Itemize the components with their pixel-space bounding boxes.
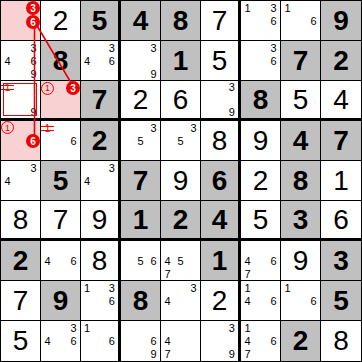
candidate: 6: [150, 255, 156, 267]
pencil-slot-4: 4: [241, 254, 254, 267]
cell-r8c2[interactable]: 9: [41, 281, 81, 321]
cell-r4c2[interactable]: 16: [41, 121, 81, 161]
candidate: 3: [270, 42, 276, 54]
candidate: 7: [244, 268, 250, 280]
cell-r3c1[interactable]: 19: [1, 81, 41, 121]
candidate: 1: [244, 2, 250, 14]
cell-r2c1[interactable]: 3469: [1, 41, 41, 81]
candidate: 6: [70, 255, 76, 267]
pencil-slot-9: 9: [226, 348, 238, 361]
cell-r1c9[interactable]: 9: [321, 1, 361, 41]
pencil-slot-7: 7: [241, 348, 254, 361]
sudoku-board: 3625487136169346983463915367219137263985…: [0, 0, 362, 362]
pencil-slot-9: 9: [226, 106, 238, 118]
cell-r2c3[interactable]: 346: [81, 41, 121, 81]
solved-digit: 5: [212, 47, 228, 75]
pencil-marks: 35: [121, 121, 160, 160]
pencil-marks: 13: [41, 81, 80, 118]
candidate: 5: [137, 135, 143, 147]
candidate: 5: [177, 255, 183, 267]
pencil-marks: 39: [121, 41, 160, 80]
candidate: 3: [190, 282, 196, 294]
pencil-marks: 19: [1, 81, 40, 118]
pencil-slot-6: 6: [106, 294, 118, 307]
candidate: 3: [190, 122, 196, 134]
cell-r6c9[interactable]: 6: [321, 201, 361, 241]
cell-r1c5[interactable]: 8: [161, 1, 201, 41]
given-digit: 1: [173, 47, 189, 75]
candidate: 3: [109, 162, 115, 174]
candidate: 5: [137, 255, 143, 267]
pencil-marks: 34: [161, 281, 200, 320]
pencil-slot-6: 6: [67, 134, 80, 147]
pencil-marks: 34: [1, 161, 40, 200]
candidate: 1: [244, 282, 250, 294]
given-digit: 2: [13, 247, 29, 275]
cell-r9c3[interactable]: 16: [81, 321, 121, 361]
chain-candidate-filled-circle: 6: [26, 134, 40, 148]
pencil-marks: 36: [241, 41, 280, 80]
given-digit: 5: [92, 7, 108, 35]
pencil-slot-9: 9: [147, 348, 160, 361]
candidate: 4: [244, 295, 250, 307]
pencil-slot-1: 1: [41, 121, 54, 134]
given-digit: 7: [133, 167, 149, 195]
chain-candidate-open-circle: 1: [41, 82, 54, 95]
cell-r7c8[interactable]: 9: [281, 241, 321, 281]
pencil-slot-4: 4: [41, 334, 54, 347]
pencil-slot-5: 5: [134, 134, 147, 147]
cell-r2c7[interactable]: 36: [241, 41, 281, 81]
pencil-slot-6: 6: [67, 334, 80, 347]
candidate: 7: [244, 348, 250, 360]
given-digit: 8: [133, 287, 149, 315]
cell-r9c5[interactable]: 47: [161, 321, 201, 361]
pencil-marks: 16: [281, 1, 320, 40]
candidate: 1: [284, 2, 290, 14]
pencil-slot-6: 6: [106, 334, 118, 347]
given-digit: 2: [92, 127, 108, 155]
cell-r6c8[interactable]: 3: [281, 201, 321, 241]
given-digit: 3: [293, 206, 309, 234]
cell-r6c5[interactable]: 2: [161, 201, 201, 241]
pencil-slot-1: 1: [41, 81, 54, 95]
cell-r8c7[interactable]: 146: [241, 281, 281, 321]
pencil-slot-4: 4: [161, 294, 174, 307]
candidate: 3: [109, 42, 115, 54]
pencil-slot-3: 3: [226, 321, 238, 334]
solved-digit: 7: [53, 206, 69, 234]
solved-digit: 7: [212, 7, 228, 35]
pencil-marks: 346: [41, 321, 80, 361]
solved-digit: 8: [92, 247, 108, 275]
candidate: 6: [270, 255, 276, 267]
given-digit: 5: [333, 287, 349, 315]
candidate: 4: [164, 295, 170, 307]
candidate: 6: [30, 55, 36, 67]
candidate: 3: [30, 162, 36, 174]
cell-r5c5[interactable]: 9: [161, 161, 201, 201]
cell-r8c4[interactable]: 8: [121, 281, 161, 321]
cell-r9c2[interactable]: 346: [41, 321, 81, 361]
candidate: 6: [70, 335, 76, 347]
cell-r7c2[interactable]: 46: [41, 241, 81, 281]
solved-digit: 1: [333, 167, 349, 195]
cell-r7c1[interactable]: 2: [1, 241, 41, 281]
cell-r4c7[interactable]: 9: [241, 121, 281, 161]
candidate: 4: [164, 335, 170, 347]
cell-r5c9[interactable]: 1: [321, 161, 361, 201]
pencil-slot-6: 6: [147, 254, 160, 267]
cell-r4c4[interactable]: 35: [121, 121, 161, 161]
cell-r3c9[interactable]: 4: [321, 81, 361, 121]
pencil-slot-3: 3: [106, 161, 118, 174]
cell-r3c6[interactable]: 39: [201, 81, 241, 121]
given-digit: 2: [173, 206, 189, 234]
cell-r7c7[interactable]: 467: [241, 241, 281, 281]
pencil-marks: 457: [161, 241, 200, 280]
pencil-slot-9: 9: [27, 106, 40, 118]
candidate: 3: [270, 2, 276, 14]
pencil-marks: 136: [81, 281, 118, 320]
cell-r1c3[interactable]: 5: [81, 1, 121, 41]
candidate: 1: [84, 322, 90, 334]
candidate: 3: [109, 282, 115, 294]
cell-r8c6[interactable]: 2: [201, 281, 241, 321]
candidate: 4: [4, 175, 10, 187]
pencil-slot-1: 1: [1, 81, 14, 93]
eliminated-candidate: 1: [44, 122, 50, 134]
cell-r9c9[interactable]: 8: [321, 321, 361, 361]
pencil-slot-9: 9: [147, 67, 160, 80]
chain-candidate-open-circle: 1: [1, 121, 14, 134]
cell-r9c1[interactable]: 5: [1, 321, 41, 361]
pencil-marks: 467: [241, 241, 280, 280]
solved-digit: 8: [333, 327, 349, 355]
solved-digit: 8: [13, 206, 29, 234]
cell-r3c5[interactable]: 6: [161, 81, 201, 121]
solved-digit: 9: [253, 127, 269, 155]
candidate: 9: [150, 348, 156, 360]
given-digit: 6: [212, 167, 228, 195]
pencil-slot-3: 3: [106, 281, 118, 294]
pencil-marks: 136: [241, 1, 280, 40]
pencil-slot-3: 3: [187, 121, 200, 134]
cell-r2c5[interactable]: 1: [161, 41, 201, 81]
pencil-slot-3: 3: [27, 41, 40, 54]
pencil-slot-3: 3: [66, 81, 80, 95]
pencil-marks: 39: [201, 321, 238, 361]
pencil-marks: 16: [1, 121, 40, 160]
cell-r8c5[interactable]: 34: [161, 281, 201, 321]
cell-r1c2[interactable]: 2: [41, 1, 81, 41]
candidate: 4: [44, 335, 50, 347]
pencil-slot-3: 3: [106, 41, 118, 54]
given-digit: 7: [333, 127, 349, 155]
candidate: 6: [70, 135, 76, 147]
candidate: 3: [30, 42, 36, 54]
candidate: 3: [229, 81, 235, 93]
pencil-slot-3: 3: [147, 41, 160, 54]
pencil-marks: 146: [241, 281, 280, 320]
cell-r6c6[interactable]: 4: [201, 201, 241, 241]
cell-r2c9[interactable]: 2: [321, 41, 361, 81]
pencil-slot-1: 1: [241, 1, 254, 14]
candidate: 4: [244, 255, 250, 267]
pencil-slot-1: 1: [241, 281, 254, 294]
given-digit: 7: [92, 86, 108, 114]
cell-r6c1[interactable]: 8: [1, 201, 41, 241]
cell-r6c4[interactable]: 1: [121, 201, 161, 241]
cell-r5c8[interactable]: 8: [281, 161, 321, 201]
cell-r9c6[interactable]: 39: [201, 321, 241, 361]
cell-r7c5[interactable]: 457: [161, 241, 201, 281]
cell-r4c9[interactable]: 7: [321, 121, 361, 161]
cell-r5c3[interactable]: 34: [81, 161, 121, 201]
chain-candidate-filled-circle: 6: [26, 15, 40, 29]
cell-r7c4[interactable]: 56: [121, 241, 161, 281]
pencil-slot-6: 6: [147, 334, 160, 347]
pencil-marks: 16: [81, 321, 118, 361]
candidate: 1: [244, 322, 250, 334]
cell-r7c9[interactable]: 3: [321, 241, 361, 281]
cell-r4c1[interactable]: 16: [1, 121, 41, 161]
pencil-slot-3: 3: [26, 1, 40, 15]
cell-r2c6[interactable]: 5: [201, 41, 241, 81]
cell-r7c3[interactable]: 8: [81, 241, 121, 281]
cell-r1c7[interactable]: 136: [241, 1, 281, 41]
pencil-marks: 47: [161, 321, 200, 361]
pencil-slot-6: 6: [267, 294, 280, 307]
solved-digit: 6: [173, 86, 189, 114]
candidate: 6: [150, 335, 156, 347]
candidate: 9: [229, 106, 235, 118]
eliminated-candidate: 1: [4, 81, 10, 93]
pencil-slot-3: 3: [27, 161, 40, 174]
cell-r1c4[interactable]: 4: [121, 1, 161, 41]
given-digit: 9: [333, 7, 349, 35]
given-digit: 4: [293, 127, 309, 155]
candidate: 6: [109, 295, 115, 307]
solved-digit: 4: [333, 86, 349, 114]
pencil-slot-7: 7: [161, 348, 174, 361]
given-digit: 1: [133, 206, 149, 234]
cell-r6c3[interactable]: 9: [81, 201, 121, 241]
pencil-marks: 39: [201, 81, 238, 118]
cell-r6c7[interactable]: 5: [241, 201, 281, 241]
cell-r8c9[interactable]: 5: [321, 281, 361, 321]
pencil-marks: 346: [81, 41, 118, 80]
cell-r8c8[interactable]: 16: [281, 281, 321, 321]
pencil-slot-6: 6: [67, 254, 80, 267]
pencil-marks: 16: [41, 121, 80, 160]
cell-r2c4[interactable]: 39: [121, 41, 161, 81]
cell-r9c4[interactable]: 69: [121, 321, 161, 361]
given-digit: 8: [253, 86, 269, 114]
pencil-marks: 35: [161, 121, 200, 160]
pencil-slot-3: 3: [267, 41, 280, 54]
cell-r3c2[interactable]: 13: [41, 81, 81, 121]
pencil-marks: 16: [281, 281, 320, 320]
chain-candidate-filled-circle: 3: [26, 1, 40, 15]
candidate: 5: [177, 135, 183, 147]
cell-r4c5[interactable]: 35: [161, 121, 201, 161]
chain-candidate-filled-circle: 3: [66, 81, 80, 95]
candidate: 6: [270, 295, 276, 307]
candidate: 7: [164, 268, 170, 280]
candidate: 9: [30, 106, 36, 118]
pencil-slot-9: 9: [27, 67, 40, 80]
pencil-slot-4: 4: [41, 254, 54, 267]
cell-r5c2[interactable]: 5: [41, 161, 81, 201]
pencil-slot-4: 4: [1, 174, 14, 187]
pencil-slot-6: 6: [27, 54, 40, 67]
pencil-slot-4: 4: [241, 334, 254, 347]
cell-r8c1[interactable]: 7: [1, 281, 41, 321]
pencil-marks: 69: [121, 321, 160, 361]
solved-digit: 2: [53, 7, 69, 35]
candidate: 4: [164, 255, 170, 267]
candidate: 4: [84, 175, 90, 187]
given-digit: 8: [173, 7, 189, 35]
candidate: 6: [109, 335, 115, 347]
pencil-marks: 1467: [241, 321, 280, 361]
pencil-slot-4: 4: [241, 294, 254, 307]
candidate: 3: [150, 42, 156, 54]
pencil-slot-3: 3: [226, 81, 238, 93]
cell-r3c8[interactable]: 5: [281, 81, 321, 121]
candidate: 4: [244, 335, 250, 347]
candidate: 9: [30, 68, 36, 80]
cell-r4c8[interactable]: 4: [281, 121, 321, 161]
solved-digit: 2: [253, 167, 269, 195]
pencil-slot-6: 6: [307, 294, 320, 307]
solved-digit: 2: [133, 86, 149, 114]
candidate: 4: [4, 55, 10, 67]
pencil-marks: 3469: [1, 41, 40, 80]
pencil-slot-1: 1: [281, 281, 294, 294]
given-digit: 1: [212, 247, 228, 275]
pencil-slot-3: 3: [147, 121, 160, 134]
cell-r1c1[interactable]: 36: [1, 1, 41, 41]
given-digit: 2: [333, 47, 349, 75]
given-digit: 9: [53, 287, 69, 315]
cell-r9c8[interactable]: 2: [281, 321, 321, 361]
solved-digit: 2: [212, 287, 228, 315]
given-digit: 8: [53, 47, 69, 75]
candidate: 3: [150, 122, 156, 134]
pencil-slot-4: 4: [81, 174, 93, 187]
pencil-slot-6: 6: [106, 54, 118, 67]
pencil-marks: 46: [41, 241, 80, 280]
given-digit: 4: [212, 206, 228, 234]
pencil-slot-6: 6: [307, 14, 320, 27]
candidate: 4: [44, 255, 50, 267]
candidate: 7: [164, 348, 170, 360]
pencil-slot-5: 5: [174, 134, 187, 147]
cell-r4c3[interactable]: 2: [81, 121, 121, 161]
solved-digit: 6: [333, 206, 349, 234]
cell-r6c2[interactable]: 7: [41, 201, 81, 241]
given-digit: 4: [133, 7, 149, 35]
pencil-slot-1: 1: [81, 321, 93, 334]
cell-r7c6[interactable]: 1: [201, 241, 241, 281]
pencil-slot-6: 6: [267, 54, 280, 67]
pencil-slot-1: 1: [241, 321, 254, 334]
candidate: 3: [70, 322, 76, 334]
pencil-slot-1: 1: [81, 281, 93, 294]
pencil-marks: 36: [1, 1, 40, 40]
candidate: 1: [84, 282, 90, 294]
cell-r4c6[interactable]: 8: [201, 121, 241, 161]
candidate: 6: [310, 295, 316, 307]
cell-r1c6[interactable]: 7: [201, 1, 241, 41]
candidate: 1: [284, 282, 290, 294]
pencil-slot-5: 5: [174, 254, 187, 267]
pencil-slot-6: 6: [267, 254, 280, 267]
candidate: 9: [229, 348, 235, 360]
pencil-slot-7: 7: [241, 267, 254, 280]
candidate: 6: [270, 55, 276, 67]
solved-digit: 5: [253, 206, 269, 234]
cell-r8c3[interactable]: 136: [81, 281, 121, 321]
solved-digit: 5: [13, 327, 29, 355]
candidate: 9: [150, 68, 156, 80]
pencil-slot-4: 4: [81, 54, 93, 67]
cell-r2c8[interactable]: 7: [281, 41, 321, 81]
candidate: 3: [229, 322, 235, 334]
pencil-marks: 56: [121, 241, 160, 280]
solved-digit: 8: [212, 127, 228, 155]
cell-r2c2[interactable]: 8: [41, 41, 81, 81]
cell-r3c7[interactable]: 8: [241, 81, 281, 121]
pencil-slot-4: 4: [161, 254, 174, 267]
candidate: 4: [84, 55, 90, 67]
candidate: 6: [310, 15, 316, 27]
pencil-slot-7: 7: [161, 267, 174, 280]
cell-r3c3[interactable]: 7: [81, 81, 121, 121]
cell-r5c6[interactable]: 6: [201, 161, 241, 201]
solved-digit: 9: [293, 247, 309, 275]
cell-r5c7[interactable]: 2: [241, 161, 281, 201]
given-digit: 2: [293, 327, 309, 355]
cell-r5c4[interactable]: 7: [121, 161, 161, 201]
pencil-slot-6: 6: [267, 14, 280, 27]
cell-r5c1[interactable]: 34: [1, 161, 41, 201]
pencil-slot-3: 3: [67, 321, 80, 334]
solved-digit: 9: [173, 167, 189, 195]
solved-digit: 5: [293, 86, 309, 114]
given-digit: 7: [293, 47, 309, 75]
pencil-marks: 34: [81, 161, 118, 200]
solved-digit: 7: [13, 287, 29, 315]
solved-digit: 9: [92, 206, 108, 234]
candidate: 6: [270, 335, 276, 347]
pencil-slot-3: 3: [187, 281, 200, 294]
pencil-slot-1: 1: [1, 121, 14, 134]
cell-r3c4[interactable]: 2: [121, 81, 161, 121]
candidate: 6: [270, 15, 276, 27]
cell-r9c7[interactable]: 1467: [241, 321, 281, 361]
pencil-slot-1: 1: [281, 1, 294, 14]
pencil-slot-3: 3: [267, 1, 280, 14]
cell-r1c8[interactable]: 16: [281, 1, 321, 41]
pencil-slot-4: 4: [161, 334, 174, 347]
pencil-slot-6: 6: [26, 15, 40, 29]
pencil-slot-5: 5: [134, 254, 147, 267]
given-digit: 3: [333, 247, 349, 275]
pencil-slot-6: 6: [26, 134, 40, 148]
